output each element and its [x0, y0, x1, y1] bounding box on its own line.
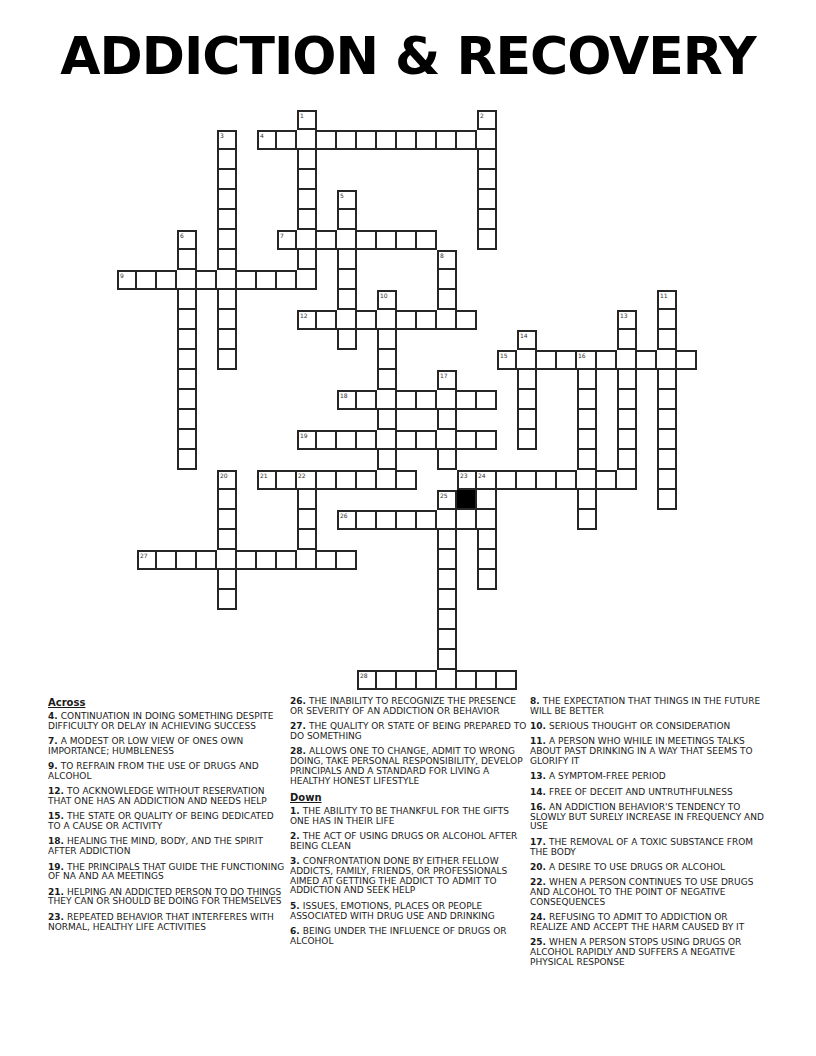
- cell-r12c26[interactable]: [637, 350, 657, 370]
- clue-num-label: 3.: [290, 856, 303, 866]
- cell-r24c16[interactable]: [437, 590, 457, 610]
- cell-r23c18[interactable]: [477, 570, 497, 590]
- cell-r20c12[interactable]: [357, 510, 377, 530]
- cell-r1c8[interactable]: [277, 130, 297, 150]
- cell-r13c23[interactable]: [577, 370, 597, 390]
- cell-r10c3[interactable]: [177, 310, 197, 330]
- cell-r18c13[interactable]: [377, 470, 397, 490]
- cell-r1c11[interactable]: [337, 130, 357, 150]
- void-cell: [577, 590, 597, 610]
- cell-r23c16[interactable]: [437, 570, 457, 590]
- cell-r6c15[interactable]: [417, 230, 437, 250]
- cell-r6c5[interactable]: [217, 230, 237, 250]
- cell-r11c13[interactable]: [377, 330, 397, 350]
- clue-number-6: 6: [180, 232, 184, 239]
- void-cell: [337, 150, 357, 170]
- cell-r2c18[interactable]: [477, 150, 497, 170]
- cell-r18c9[interactable]: 22: [297, 470, 317, 490]
- cell-r20c9[interactable]: [297, 510, 317, 530]
- void-cell: [377, 530, 397, 550]
- void-cell: [197, 630, 217, 650]
- clue-number-16: 16: [578, 352, 586, 359]
- cell-r8c11[interactable]: [337, 270, 357, 290]
- void-cell: [197, 110, 217, 130]
- void-cell: [217, 410, 237, 430]
- void-cell: [297, 610, 317, 630]
- cell-r22c4[interactable]: [197, 550, 217, 570]
- void-cell: [117, 230, 137, 250]
- across-clues-header: Across: [48, 697, 285, 708]
- cell-r1c9[interactable]: [297, 130, 317, 150]
- void-cell: [137, 570, 157, 590]
- cell-r7c9[interactable]: [297, 250, 317, 270]
- cell-r8c16[interactable]: [437, 270, 457, 290]
- void-cell: [257, 630, 277, 650]
- cell-r12c19[interactable]: 15: [497, 350, 517, 370]
- cell-r10c10[interactable]: [317, 310, 337, 330]
- cell-r14c18[interactable]: [477, 390, 497, 410]
- cell-r13c13[interactable]: [377, 370, 397, 390]
- cell-r7c5[interactable]: [217, 250, 237, 270]
- cell-r11c20[interactable]: 14: [517, 330, 537, 350]
- cell-r28c15[interactable]: [417, 670, 437, 690]
- cell-r19c5[interactable]: [217, 490, 237, 510]
- cell-r11c27[interactable]: [657, 330, 677, 350]
- cell-r8c8[interactable]: [277, 270, 297, 290]
- cell-r18c24[interactable]: [597, 470, 617, 490]
- void-cell: [417, 350, 437, 370]
- cell-r9c11[interactable]: [337, 290, 357, 310]
- void-cell: [117, 650, 137, 670]
- cell-r6c11[interactable]: [337, 230, 357, 250]
- cell-r12c3[interactable]: [177, 350, 197, 370]
- void-cell: [377, 590, 397, 610]
- cell-r14c13[interactable]: [377, 390, 397, 410]
- cell-r6c13[interactable]: [377, 230, 397, 250]
- cell-r10c17[interactable]: [457, 310, 477, 330]
- cell-r18c22[interactable]: [557, 470, 577, 490]
- cell-r19c18[interactable]: [477, 490, 497, 510]
- cell-r14c16[interactable]: [437, 390, 457, 410]
- cell-r6c10[interactable]: [317, 230, 337, 250]
- void-cell: [157, 170, 177, 190]
- cell-r5c9[interactable]: [297, 210, 317, 230]
- cell-r15c13[interactable]: [377, 410, 397, 430]
- cell-r18c10[interactable]: [317, 470, 337, 490]
- cell-r1c13[interactable]: [377, 130, 397, 150]
- void-cell: [617, 490, 637, 510]
- void-cell: [197, 390, 217, 410]
- cell-r14c3[interactable]: [177, 390, 197, 410]
- clue-text: TO ACKNOWLEDGE WITHOUT RESERVATION THAT …: [48, 786, 267, 806]
- cell-r17c23[interactable]: [577, 450, 597, 470]
- void-cell: [597, 110, 617, 130]
- void-cell: [617, 230, 637, 250]
- cell-r28c16[interactable]: [437, 670, 457, 690]
- cell-r13c16[interactable]: 17: [437, 370, 457, 390]
- cell-r12c13[interactable]: [377, 350, 397, 370]
- cell-r16c16[interactable]: [437, 430, 457, 450]
- void-cell: [257, 110, 277, 130]
- cell-r16c15[interactable]: [417, 430, 437, 450]
- clue-text: THE EXPECTATION THAT THINGS IN THE FUTUR…: [530, 696, 760, 716]
- cell-r16c9[interactable]: 19: [297, 430, 317, 450]
- void-cell: [597, 230, 617, 250]
- void-cell: [597, 590, 617, 610]
- cell-r1c12[interactable]: [357, 130, 377, 150]
- void-cell: [237, 110, 257, 130]
- cell-r5c18[interactable]: [477, 210, 497, 230]
- cell-r22c6[interactable]: [237, 550, 257, 570]
- cell-r18c20[interactable]: [517, 470, 537, 490]
- void-cell: [517, 310, 537, 330]
- cell-r20c13[interactable]: [377, 510, 397, 530]
- void-cell: [557, 430, 577, 450]
- cell-r20c15[interactable]: [417, 510, 437, 530]
- void-cell: [437, 470, 457, 490]
- clue-num-label: 12.: [48, 786, 67, 796]
- clue-num-label: 26.: [290, 696, 309, 706]
- void-cell: [537, 290, 557, 310]
- void-cell: [377, 630, 397, 650]
- cell-r22c3[interactable]: [177, 550, 197, 570]
- cell-r12c21[interactable]: [537, 350, 557, 370]
- void-cell: [237, 630, 257, 650]
- cell-r25c16[interactable]: [437, 610, 457, 630]
- cell-r6c14[interactable]: [397, 230, 417, 250]
- cell-r1c5[interactable]: 3: [217, 130, 237, 150]
- cell-r4c5[interactable]: [217, 190, 237, 210]
- cell-r1c10[interactable]: [317, 130, 337, 150]
- cell-r6c12[interactable]: [357, 230, 377, 250]
- cell-r13c27[interactable]: [657, 370, 677, 390]
- cell-r16c25[interactable]: [617, 430, 637, 450]
- cell-r11c25[interactable]: [617, 330, 637, 350]
- void-cell: [237, 570, 257, 590]
- cell-r21c16[interactable]: [437, 530, 457, 550]
- clue-num-label: 7.: [48, 736, 61, 746]
- cell-r18c5[interactable]: 20: [217, 470, 237, 490]
- cell-r6c9[interactable]: [297, 230, 317, 250]
- cell-r12c25[interactable]: [617, 350, 637, 370]
- cell-r8c1[interactable]: [137, 270, 157, 290]
- cell-r10c15[interactable]: [417, 310, 437, 330]
- cell-r1c14[interactable]: [397, 130, 417, 150]
- cell-r18c7[interactable]: 21: [257, 470, 277, 490]
- cell-r14c20[interactable]: [517, 390, 537, 410]
- void-cell: [177, 110, 197, 130]
- cell-r15c23[interactable]: [577, 410, 597, 430]
- cell-r19c16[interactable]: 25: [437, 490, 457, 510]
- cell-r9c3[interactable]: [177, 290, 197, 310]
- cell-r22c1[interactable]: 27: [137, 550, 157, 570]
- void-cell: [597, 190, 617, 210]
- void-cell: [317, 610, 337, 630]
- cell-r10c25[interactable]: 13: [617, 310, 637, 330]
- void-cell: [497, 170, 517, 190]
- cell-r21c5[interactable]: [217, 530, 237, 550]
- cell-r3c9[interactable]: [297, 170, 317, 190]
- cell-r9c27[interactable]: 11: [657, 290, 677, 310]
- cell-r10c27[interactable]: [657, 310, 677, 330]
- cell-r28c14[interactable]: [397, 670, 417, 690]
- cell-r4c9[interactable]: [297, 190, 317, 210]
- cell-r1c18[interactable]: [477, 130, 497, 150]
- cell-r15c3[interactable]: [177, 410, 197, 430]
- void-cell: [157, 130, 177, 150]
- cell-r28c17[interactable]: [457, 670, 477, 690]
- cell-r8c5[interactable]: [217, 270, 237, 290]
- cell-r3c18[interactable]: [477, 170, 497, 190]
- cell-r23c5[interactable]: [217, 570, 237, 590]
- cell-r14c14[interactable]: [397, 390, 417, 410]
- cell-r20c11[interactable]: 26: [337, 510, 357, 530]
- clue-number-25: 25: [440, 492, 448, 499]
- void-cell: [117, 430, 137, 450]
- cell-r2c5[interactable]: [217, 150, 237, 170]
- cell-r0c9[interactable]: 1: [297, 110, 317, 130]
- cell-r19c27[interactable]: [657, 490, 677, 510]
- cell-r11c5[interactable]: [217, 330, 237, 350]
- cell-r16c11[interactable]: [337, 430, 357, 450]
- cell-r13c25[interactable]: [617, 370, 637, 390]
- cell-r28c19[interactable]: [497, 670, 517, 690]
- cell-r17c13[interactable]: [377, 450, 397, 470]
- cell-r18c18[interactable]: 24: [477, 470, 497, 490]
- cell-r9c13[interactable]: 10: [377, 290, 397, 310]
- void-cell: [677, 130, 697, 150]
- cell-r20c23[interactable]: [577, 510, 597, 530]
- cell-r22c5[interactable]: [217, 550, 237, 570]
- cell-r19c23[interactable]: [577, 490, 597, 510]
- cell-r27c16[interactable]: [437, 650, 457, 670]
- void-cell: [317, 290, 337, 310]
- cell-r18c23[interactable]: [577, 470, 597, 490]
- void-cell: [197, 170, 217, 190]
- cell-r9c5[interactable]: [217, 290, 237, 310]
- cell-r1c7[interactable]: 4: [257, 130, 277, 150]
- cell-r2c9[interactable]: [297, 150, 317, 170]
- clue-text: CONFRONTATION DONE BY EITHER FELLOW ADDI…: [290, 856, 507, 895]
- cell-r10c11[interactable]: [337, 310, 357, 330]
- void-cell: [257, 150, 277, 170]
- cell-r28c13[interactable]: [377, 670, 397, 690]
- cell-r16c17[interactable]: [457, 430, 477, 450]
- cell-r14c17[interactable]: [457, 390, 477, 410]
- void-cell: [317, 250, 337, 270]
- clue-number-15: 15: [500, 352, 508, 359]
- void-cell: [597, 430, 617, 450]
- cell-r22c18[interactable]: [477, 550, 497, 570]
- void-cell: [117, 390, 137, 410]
- cell-r6c18[interactable]: [477, 230, 497, 250]
- cell-r20c18[interactable]: [477, 510, 497, 530]
- cell-r16c20[interactable]: [517, 430, 537, 450]
- cell-r16c3[interactable]: [177, 430, 197, 450]
- cell-r15c25[interactable]: [617, 410, 637, 430]
- cell-r14c25[interactable]: [617, 390, 637, 410]
- cell-r22c9[interactable]: [297, 550, 317, 570]
- cell-r14c12[interactable]: [357, 390, 377, 410]
- cell-r1c17[interactable]: [457, 130, 477, 150]
- cell-r8c2[interactable]: [157, 270, 177, 290]
- cell-r18c11[interactable]: [337, 470, 357, 490]
- void-cell: [237, 530, 257, 550]
- cell-r17c27[interactable]: [657, 450, 677, 470]
- cell-r8c7[interactable]: [257, 270, 277, 290]
- void-cell: [197, 530, 217, 550]
- cell-r14c15[interactable]: [417, 390, 437, 410]
- cell-r20c5[interactable]: [217, 510, 237, 530]
- cell-r19c9[interactable]: [297, 490, 317, 510]
- cell-r18c27[interactable]: [657, 470, 677, 490]
- void-cell: [617, 510, 637, 530]
- void-cell: [157, 410, 177, 430]
- cell-r17c25[interactable]: [617, 450, 637, 470]
- cell-r16c23[interactable]: [577, 430, 597, 450]
- cell-r10c13[interactable]: [377, 310, 397, 330]
- cell-r15c20[interactable]: [517, 410, 537, 430]
- cell-r12c22[interactable]: [557, 350, 577, 370]
- cell-r13c3[interactable]: [177, 370, 197, 390]
- void-cell: [477, 610, 497, 630]
- cell-r11c3[interactable]: [177, 330, 197, 350]
- cell-r16c12[interactable]: [357, 430, 377, 450]
- cell-r12c5[interactable]: [217, 350, 237, 370]
- void-cell: [537, 110, 557, 130]
- cell-r20c16[interactable]: [437, 510, 457, 530]
- cell-r12c28[interactable]: [677, 350, 697, 370]
- void-cell: [397, 610, 417, 630]
- cell-r18c8[interactable]: [277, 470, 297, 490]
- cell-r12c24[interactable]: [597, 350, 617, 370]
- void-cell: [637, 290, 657, 310]
- cell-r22c16[interactable]: [437, 550, 457, 570]
- cell-r4c11[interactable]: 5: [337, 190, 357, 210]
- cell-r22c2[interactable]: [157, 550, 177, 570]
- cell-r16c10[interactable]: [317, 430, 337, 450]
- cell-r8c4[interactable]: [197, 270, 217, 290]
- cell-r22c11[interactable]: [337, 550, 357, 570]
- cell-r13c20[interactable]: [517, 370, 537, 390]
- cell-r22c10[interactable]: [317, 550, 337, 570]
- cell-r16c27[interactable]: [657, 430, 677, 450]
- cell-r20c14[interactable]: [397, 510, 417, 530]
- cell-r16c18[interactable]: [477, 430, 497, 450]
- cell-r0c18[interactable]: 2: [477, 110, 497, 130]
- cell-r22c8[interactable]: [277, 550, 297, 570]
- cell-r17c16[interactable]: [437, 450, 457, 470]
- cell-r4c18[interactable]: [477, 190, 497, 210]
- cell-r16c14[interactable]: [397, 430, 417, 450]
- cell-r28c18[interactable]: [477, 670, 497, 690]
- cell-r12c27[interactable]: [657, 350, 677, 370]
- void-cell: [617, 550, 637, 570]
- cell-r7c11[interactable]: [337, 250, 357, 270]
- cell-r3c5[interactable]: [217, 170, 237, 190]
- cell-r5c5[interactable]: [217, 210, 237, 230]
- cell-r8c6[interactable]: [237, 270, 257, 290]
- cell-r10c9[interactable]: 12: [297, 310, 317, 330]
- void-cell: [497, 450, 517, 470]
- cell-r10c12[interactable]: [357, 310, 377, 330]
- cell-r8c9[interactable]: [297, 270, 317, 290]
- void-cell: [517, 610, 537, 630]
- void-cell: [197, 130, 217, 150]
- cell-r21c18[interactable]: [477, 530, 497, 550]
- cell-r17c3[interactable]: [177, 450, 197, 470]
- void-cell: [317, 210, 337, 230]
- cell-r6c8[interactable]: 7: [277, 230, 297, 250]
- cell-r18c12[interactable]: [357, 470, 377, 490]
- void-cell: [637, 510, 657, 530]
- cell-r10c16[interactable]: [437, 310, 457, 330]
- cell-r14c27[interactable]: [657, 390, 677, 410]
- void-cell: [317, 510, 337, 530]
- clue-num-label: 11.: [530, 736, 549, 746]
- cell-r16c13[interactable]: [377, 430, 397, 450]
- cell-r12c23[interactable]: 16: [577, 350, 597, 370]
- cell-r18c21[interactable]: [537, 470, 557, 490]
- cell-r11c11[interactable]: [337, 330, 357, 350]
- void-cell: [537, 370, 557, 390]
- cell-r18c17[interactable]: 23: [457, 470, 477, 490]
- cell-r18c25[interactable]: [617, 470, 637, 490]
- cell-r22c7[interactable]: [257, 550, 277, 570]
- cell-r15c27[interactable]: [657, 410, 677, 430]
- void-cell: [577, 670, 597, 690]
- cell-r1c16[interactable]: [437, 130, 457, 150]
- cell-r10c14[interactable]: [397, 310, 417, 330]
- void-cell: [237, 490, 257, 510]
- cell-r8c3[interactable]: [177, 270, 197, 290]
- void-cell: [437, 150, 457, 170]
- cell-r24c5[interactable]: [217, 590, 237, 610]
- void-cell: [297, 390, 317, 410]
- void-cell: [117, 570, 137, 590]
- cell-r7c16[interactable]: 8: [437, 250, 457, 270]
- void-cell: [237, 210, 257, 230]
- cell-r26c16[interactable]: [437, 630, 457, 650]
- cell-r28c12[interactable]: 28: [357, 670, 377, 690]
- void-cell: [677, 190, 697, 210]
- void-cell: [517, 210, 537, 230]
- cell-r1c15[interactable]: [417, 130, 437, 150]
- cell-r18c19[interactable]: [497, 470, 517, 490]
- void-cell: [637, 650, 657, 670]
- void-cell: [477, 410, 497, 430]
- cell-r15c16[interactable]: [437, 410, 457, 430]
- cell-r12c20[interactable]: [517, 350, 537, 370]
- cell-r14c23[interactable]: [577, 390, 597, 410]
- clue-text: ISSUES, EMOTIONS, PLACES OR PEOPLE ASSOC…: [290, 901, 495, 921]
- void-cell: [537, 170, 557, 190]
- cell-r18c14[interactable]: [397, 470, 417, 490]
- void-cell: [237, 250, 257, 270]
- cell-r14c11[interactable]: 18: [337, 390, 357, 410]
- cell-r5c11[interactable]: [337, 210, 357, 230]
- cell-r20c17[interactable]: [457, 510, 477, 530]
- void-cell: [597, 450, 617, 470]
- cell-r10c5[interactable]: [217, 310, 237, 330]
- void-cell: [397, 450, 417, 470]
- cell-r6c3[interactable]: 6: [177, 230, 197, 250]
- cell-r9c16[interactable]: [437, 290, 457, 310]
- cell-r8c0[interactable]: 9: [117, 270, 137, 290]
- cell-r21c9[interactable]: [297, 530, 317, 550]
- void-cell: [217, 630, 237, 650]
- cell-r7c3[interactable]: [177, 250, 197, 270]
